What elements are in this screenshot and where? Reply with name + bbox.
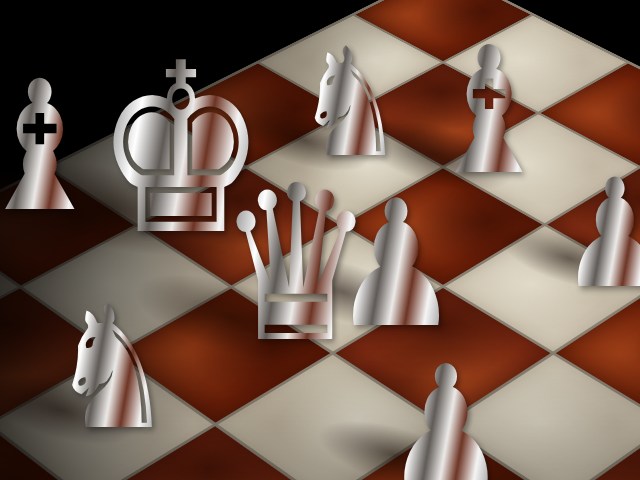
piece-white-bishop-h3[interactable]: ♝ bbox=[0, 57, 106, 237]
pieces-layer: ♝♚♞♝♛♟♟♞♟ bbox=[0, 0, 640, 480]
piece-white-pawn-e5[interactable]: ♟ bbox=[332, 177, 461, 352]
piece-white-knight-e2[interactable]: ♞ bbox=[50, 283, 175, 453]
chess-scene: ♝♚♞♝♛♟♟♞♟ bbox=[0, 0, 640, 480]
piece-white-pawn-d7[interactable]: ♟ bbox=[560, 159, 640, 309]
piece-white-pawn-c4[interactable]: ♟ bbox=[384, 343, 509, 480]
